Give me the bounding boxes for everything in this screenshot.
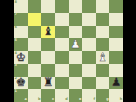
square-b8[interactable] [28,0,42,13]
letterbox-right [123,0,136,102]
square-a7[interactable]: 7 [14,13,28,26]
square-f2[interactable] [82,77,96,90]
square-f5[interactable] [82,38,96,51]
rank-label-6: 6 [15,26,17,30]
black-king[interactable]: ♚ [16,77,26,89]
square-b3[interactable] [28,64,42,77]
square-b4[interactable] [28,51,42,64]
square-g6[interactable] [96,26,110,39]
square-b6[interactable] [28,26,42,39]
white-pawn[interactable]: ♟ [70,38,80,50]
square-c2[interactable]: ♜ [41,77,55,90]
white-king[interactable]: ♚ [16,51,26,63]
square-b7[interactable] [28,13,42,26]
rank-label-7: 7 [15,13,17,17]
file-label-g: g [106,98,109,102]
square-d7[interactable] [55,13,69,26]
letterbox-left [0,0,14,102]
square-h7[interactable] [109,13,123,26]
square-h1[interactable]: h [109,89,123,102]
file-label-c: c [52,98,54,102]
rank-label-1: 1 [15,90,17,94]
square-c1[interactable]: c [41,89,55,102]
black-bishop[interactable]: ♝ [43,26,53,38]
square-h4[interactable] [109,51,123,64]
square-f3[interactable] [82,64,96,77]
square-g7[interactable] [96,13,110,26]
square-g1[interactable]: g [96,89,110,102]
white-bishop[interactable]: ♝ [97,51,107,63]
square-a1[interactable]: 1a [14,89,28,102]
square-e1[interactable]: e [69,89,83,102]
square-a8[interactable]: 8 [14,0,28,13]
square-f7[interactable] [82,13,96,26]
square-g8[interactable] [96,0,110,13]
square-e8[interactable] [69,0,83,13]
square-d2[interactable] [55,77,69,90]
square-d1[interactable]: d [55,89,69,102]
file-label-a: a [25,98,27,102]
rank-label-8: 8 [15,1,17,5]
square-h8[interactable] [109,0,123,13]
square-e4[interactable] [69,51,83,64]
square-c8[interactable] [41,0,55,13]
file-label-b: b [38,98,41,102]
square-c5[interactable] [41,38,55,51]
square-a2[interactable]: 2♚ [14,77,28,90]
square-e5[interactable]: ♟ [69,38,83,51]
chess-app-viewport: 876♝5♟4♚♝32♚♜♟1abcdefgh [0,0,136,102]
square-d5[interactable] [55,38,69,51]
file-label-d: d [65,98,68,102]
square-g3[interactable] [96,64,110,77]
square-d4[interactable] [55,51,69,64]
square-f8[interactable] [82,0,96,13]
square-h2[interactable]: ♟ [109,77,123,90]
black-pawn[interactable]: ♟ [111,77,121,89]
square-e7[interactable] [69,13,83,26]
square-b2[interactable] [28,77,42,90]
square-d3[interactable] [55,64,69,77]
file-label-e: e [79,98,81,102]
rank-label-3: 3 [15,64,17,68]
square-d6[interactable] [55,26,69,39]
black-rook[interactable]: ♜ [43,77,53,89]
square-g2[interactable] [96,77,110,90]
square-c4[interactable] [41,51,55,64]
square-f6[interactable] [82,26,96,39]
square-c6[interactable]: ♝ [41,26,55,39]
square-a4[interactable]: 4♚ [14,51,28,64]
rank-label-5: 5 [15,39,17,43]
square-b5[interactable] [28,38,42,51]
square-g4[interactable]: ♝ [96,51,110,64]
file-label-h: h [120,98,123,102]
square-h6[interactable] [109,26,123,39]
square-e2[interactable] [69,77,83,90]
square-a6[interactable]: 6 [14,26,28,39]
square-f1[interactable]: f [82,89,96,102]
square-f4[interactable] [82,51,96,64]
square-h5[interactable] [109,38,123,51]
square-d8[interactable] [55,0,69,13]
square-b1[interactable]: b [28,89,42,102]
square-e3[interactable] [69,64,83,77]
chess-board[interactable]: 876♝5♟4♚♝32♚♜♟1abcdefgh [14,0,123,102]
